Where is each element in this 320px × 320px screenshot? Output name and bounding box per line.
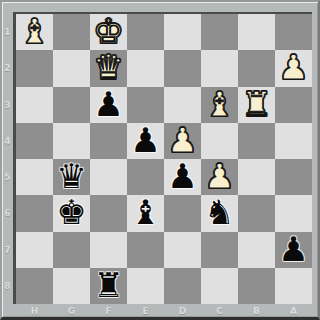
square-d1[interactable] (164, 14, 201, 50)
square-h6[interactable] (16, 195, 53, 231)
square-d2[interactable] (164, 50, 201, 86)
piece-black-queen[interactable]: ♛ (56, 159, 86, 193)
board-grid: ♝♚♛♟♟♝♜♟♟♛♟♟♚♝♞♟♜ (16, 14, 312, 304)
file-label-h: H (16, 304, 53, 317)
square-h1[interactable]: ♝ (16, 14, 53, 50)
piece-white-pawn[interactable]: ♟ (204, 159, 234, 193)
square-f3[interactable]: ♟ (90, 87, 127, 123)
square-b3[interactable]: ♜ (238, 87, 275, 123)
square-c7[interactable] (201, 232, 238, 268)
file-labels: HGFEDCBA (16, 304, 312, 317)
square-g7[interactable] (53, 232, 90, 268)
square-b4[interactable] (238, 123, 275, 159)
square-c4[interactable] (201, 123, 238, 159)
piece-white-king[interactable]: ♚ (93, 14, 123, 48)
piece-white-pawn[interactable]: ♟ (167, 123, 197, 157)
square-b2[interactable] (238, 50, 275, 86)
piece-black-pawn[interactable]: ♟ (167, 159, 197, 193)
file-label-b: B (238, 304, 275, 317)
square-h5[interactable] (16, 159, 53, 195)
square-d8[interactable] (164, 268, 201, 304)
square-a5[interactable] (275, 159, 312, 195)
square-e8[interactable] (127, 268, 164, 304)
piece-black-bishop[interactable]: ♝ (130, 195, 160, 229)
square-f2[interactable]: ♛ (90, 50, 127, 86)
square-c8[interactable] (201, 268, 238, 304)
square-a8[interactable] (275, 268, 312, 304)
file-label-f: F (90, 304, 127, 317)
square-b7[interactable] (238, 232, 275, 268)
square-g2[interactable] (53, 50, 90, 86)
file-label-a: A (275, 304, 312, 317)
rank-label-4: 4 (2, 123, 13, 159)
square-d3[interactable] (164, 87, 201, 123)
square-e1[interactable] (127, 14, 164, 50)
square-d7[interactable] (164, 232, 201, 268)
piece-black-rook[interactable]: ♜ (93, 268, 123, 302)
square-h8[interactable] (16, 268, 53, 304)
rank-label-6: 6 (2, 195, 13, 231)
piece-white-rook[interactable]: ♜ (241, 87, 271, 121)
rank-label-2: 2 (2, 50, 13, 86)
square-a7[interactable]: ♟ (275, 232, 312, 268)
square-g8[interactable] (53, 268, 90, 304)
chess-board: ♝♚♛♟♟♝♜♟♟♛♟♟♚♝♞♟♜ (13, 12, 312, 304)
piece-black-king[interactable]: ♚ (56, 195, 86, 229)
square-d6[interactable] (164, 195, 201, 231)
square-a6[interactable] (275, 195, 312, 231)
square-g4[interactable] (53, 123, 90, 159)
square-a3[interactable] (275, 87, 312, 123)
square-g6[interactable]: ♚ (53, 195, 90, 231)
square-e4[interactable]: ♟ (127, 123, 164, 159)
square-f6[interactable] (90, 195, 127, 231)
piece-white-pawn[interactable]: ♟ (278, 50, 308, 84)
square-d5[interactable]: ♟ (164, 159, 201, 195)
square-h7[interactable] (16, 232, 53, 268)
piece-white-bishop[interactable]: ♝ (204, 87, 234, 121)
rank-label-5: 5 (2, 159, 13, 195)
square-a4[interactable] (275, 123, 312, 159)
square-f8[interactable]: ♜ (90, 268, 127, 304)
square-f5[interactable] (90, 159, 127, 195)
square-c6[interactable]: ♞ (201, 195, 238, 231)
rank-label-8: 8 (2, 268, 13, 304)
square-d4[interactable]: ♟ (164, 123, 201, 159)
square-h3[interactable] (16, 87, 53, 123)
square-g1[interactable] (53, 14, 90, 50)
square-f4[interactable] (90, 123, 127, 159)
rank-labels: 12345678 (2, 14, 13, 304)
square-e2[interactable] (127, 50, 164, 86)
square-e6[interactable]: ♝ (127, 195, 164, 231)
piece-white-queen[interactable]: ♛ (93, 50, 123, 84)
square-f7[interactable] (90, 232, 127, 268)
file-label-d: D (164, 304, 201, 317)
rank-label-3: 3 (2, 87, 13, 123)
square-f1[interactable]: ♚ (90, 14, 127, 50)
file-label-c: C (201, 304, 238, 317)
piece-black-pawn[interactable]: ♟ (278, 232, 308, 266)
square-h2[interactable] (16, 50, 53, 86)
square-b6[interactable] (238, 195, 275, 231)
piece-white-bishop[interactable]: ♝ (19, 14, 49, 48)
square-e5[interactable] (127, 159, 164, 195)
square-e7[interactable] (127, 232, 164, 268)
square-b8[interactable] (238, 268, 275, 304)
square-c2[interactable] (201, 50, 238, 86)
square-h4[interactable] (16, 123, 53, 159)
rank-label-1: 1 (2, 14, 13, 50)
square-e3[interactable] (127, 87, 164, 123)
square-c3[interactable]: ♝ (201, 87, 238, 123)
square-a2[interactable]: ♟ (275, 50, 312, 86)
piece-black-pawn[interactable]: ♟ (93, 87, 123, 121)
square-c5[interactable]: ♟ (201, 159, 238, 195)
square-a1[interactable] (275, 14, 312, 50)
square-g5[interactable]: ♛ (53, 159, 90, 195)
rank-label-7: 7 (2, 232, 13, 268)
square-b1[interactable] (238, 14, 275, 50)
piece-black-knight[interactable]: ♞ (204, 195, 234, 229)
piece-black-pawn[interactable]: ♟ (130, 123, 160, 157)
square-g3[interactable] (53, 87, 90, 123)
file-label-g: G (53, 304, 90, 317)
square-b5[interactable] (238, 159, 275, 195)
board-frame: 12345678 HGFEDCBA ♝♚♛♟♟♝♜♟♟♛♟♟♚♝♞♟♜ (0, 0, 320, 320)
square-c1[interactable] (201, 14, 238, 50)
file-label-e: E (127, 304, 164, 317)
